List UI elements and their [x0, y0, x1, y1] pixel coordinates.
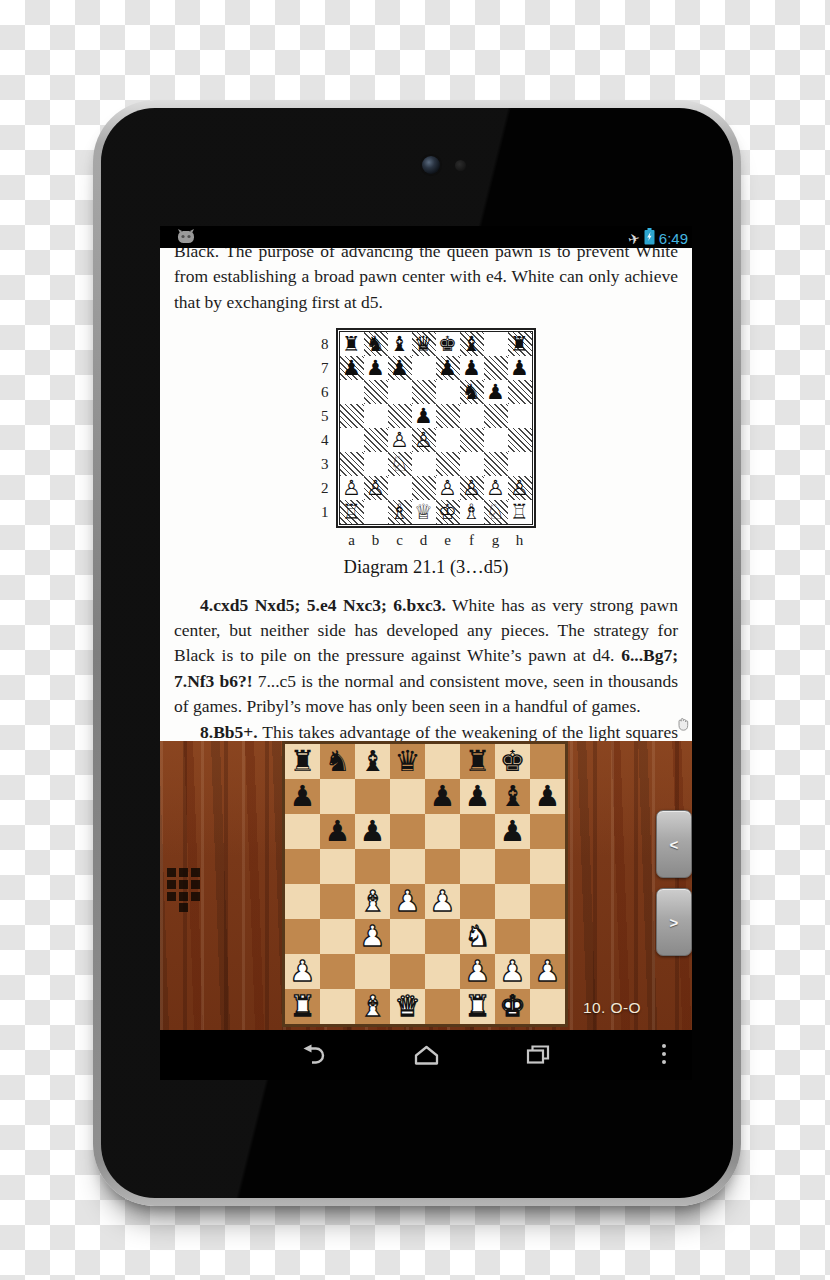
diagram-square: ♟	[340, 356, 364, 380]
screen: ✈ 6:49 Black. The purpose of advancing t…	[160, 226, 692, 1080]
board-square[interactable]	[320, 989, 355, 1024]
white-piece: ♖	[510, 500, 529, 524]
file-label: e	[436, 530, 460, 552]
black-piece[interactable]: ♟	[290, 779, 316, 814]
diagram-square	[484, 452, 508, 476]
board-square[interactable]: ♚	[495, 989, 530, 1024]
diagram-square: ♖	[340, 500, 364, 524]
diagram-square	[340, 380, 364, 404]
move-text: 4.cxd5 Nxd5; 5.e4 Nxc3; 6.bxc3.	[200, 595, 446, 615]
board-square[interactable]	[425, 814, 460, 849]
board-square[interactable]	[285, 814, 320, 849]
white-piece: ♙	[486, 476, 505, 500]
board-square[interactable]: ♟	[285, 779, 320, 814]
diagram-square: ♘	[388, 452, 412, 476]
board-square[interactable]: ♛	[390, 744, 425, 779]
white-piece: ♗	[390, 500, 409, 524]
diagram-square	[460, 404, 484, 428]
diagram-square	[436, 452, 460, 476]
board-square[interactable]: ♟	[355, 814, 390, 849]
recents-icon[interactable]	[524, 1042, 552, 1068]
diagram-square: ♔	[436, 500, 460, 524]
board-square[interactable]	[320, 884, 355, 919]
diagram-square: ♙	[460, 476, 484, 500]
tablet-device: ✈ 6:49 Black. The purpose of advancing t…	[93, 100, 741, 1206]
front-camera	[422, 156, 440, 174]
white-piece[interactable]: ♝	[360, 989, 386, 1024]
rank-label: 4	[317, 428, 329, 452]
board-square[interactable]	[355, 954, 390, 989]
diagram-square: ♙	[436, 476, 460, 500]
black-piece: ♟	[366, 356, 385, 380]
board-square[interactable]	[530, 744, 565, 779]
diagram-square: ♙	[340, 476, 364, 500]
file-label: b	[364, 530, 388, 552]
board-square[interactable]: ♟	[425, 779, 460, 814]
board-square[interactable]	[390, 849, 425, 884]
diagram-square	[508, 452, 532, 476]
black-piece: ♞	[366, 332, 385, 356]
board-square[interactable]: ♟	[530, 954, 565, 989]
diagram-square	[388, 380, 412, 404]
black-piece: ♟	[486, 380, 505, 404]
board-square[interactable]	[355, 779, 390, 814]
diagram-square: ♜	[508, 332, 532, 356]
white-piece: ♘	[486, 500, 505, 524]
white-piece: ♙	[462, 476, 481, 500]
black-piece: ♝	[462, 332, 481, 356]
black-piece[interactable]: ♛	[395, 744, 421, 779]
board-square[interactable]	[530, 989, 565, 1024]
diagram-square	[484, 332, 508, 356]
diagram-rank-labels: 87654321	[317, 332, 329, 524]
board-square[interactable]: ♞	[460, 919, 495, 954]
white-piece: ♙	[414, 428, 433, 452]
board-square[interactable]: ♝	[355, 884, 390, 919]
board-square[interactable]	[495, 919, 530, 954]
black-piece: ♚	[438, 332, 457, 356]
rank-label: 8	[317, 332, 329, 356]
black-piece: ♟	[510, 356, 529, 380]
move-text: 8.Bb5+.	[200, 722, 258, 741]
diagram-square: ♙	[508, 476, 532, 500]
paragraph-moves-2: 8.Bb5+. This takes advantage of the weak…	[174, 720, 678, 741]
black-piece: ♞	[462, 380, 481, 404]
board-square[interactable]	[495, 849, 530, 884]
diagram-square: ♝	[388, 332, 412, 356]
diagram-square: ♙	[388, 428, 412, 452]
diagram-square: ♚	[436, 332, 460, 356]
board-square[interactable]	[425, 989, 460, 1024]
board-square[interactable]	[320, 954, 355, 989]
white-piece: ♘	[390, 452, 409, 476]
board-square[interactable]: ♟	[320, 814, 355, 849]
black-piece: ♜	[510, 332, 529, 356]
white-piece[interactable]: ♟	[465, 954, 491, 989]
airplane-mode-icon: ✈	[627, 229, 642, 247]
board-square[interactable]: ♟	[460, 954, 495, 989]
diagram-square: ♟	[388, 356, 412, 380]
diagram-square: ♞	[460, 380, 484, 404]
white-piece: ♔	[438, 500, 457, 524]
diagram-square: ♖	[508, 500, 532, 524]
diagram-square	[508, 404, 532, 428]
diagram-square: ♟	[364, 356, 388, 380]
diagram-square	[364, 428, 388, 452]
board-square[interactable]	[390, 779, 425, 814]
board-square[interactable]	[530, 849, 565, 884]
black-piece: ♟	[414, 404, 433, 428]
light-sensor	[455, 160, 466, 171]
white-piece[interactable]: ♟	[430, 884, 456, 919]
diagram-square	[412, 476, 436, 500]
black-piece[interactable]: ♟	[500, 814, 526, 849]
white-piece: ♙	[366, 476, 385, 500]
live-chess-board[interactable]: ♜♞♝♛♜♚♟♟♟♝♟♟♟♟♝♟♟♟♞♟♟♟♟♜♝♛♜♚	[282, 741, 568, 1027]
white-piece[interactable]: ♛	[395, 989, 421, 1024]
board-square[interactable]	[460, 849, 495, 884]
board-square[interactable]: ♟	[495, 954, 530, 989]
black-piece[interactable]: ♜	[465, 744, 491, 779]
status-bar[interactable]: ✈ 6:49	[160, 226, 692, 248]
black-piece[interactable]: ♟	[465, 779, 491, 814]
board-square[interactable]: ♟	[425, 884, 460, 919]
diagram-square: ♟	[436, 356, 460, 380]
diagram-board: ♜♞♝♛♚♝♜♟♟♟♟♟♟♞♟♟♙♙♘♙♙♙♙♙♙♖♗♕♔♗♘♖	[339, 331, 533, 525]
previous-move-button[interactable]: <	[656, 810, 692, 878]
black-piece[interactable]: ♞	[325, 744, 351, 779]
diagram-square	[412, 452, 436, 476]
black-piece[interactable]: ♟	[535, 779, 561, 814]
paragraph-moves-1: 4.cxd5 Nxd5; 5.e4 Nxc3; 6.bxc3. White ha…	[174, 593, 678, 720]
tablet-bezel: ✈ 6:49 Black. The purpose of advancing t…	[101, 108, 733, 1198]
board-square[interactable]	[530, 814, 565, 849]
black-piece[interactable]: ♝	[360, 744, 386, 779]
diagram-square	[436, 404, 460, 428]
diagram-square	[460, 452, 484, 476]
diagram-square: ♕	[412, 500, 436, 524]
current-move-label: 10. O-O	[583, 999, 641, 1017]
white-piece[interactable]: ♟	[395, 884, 421, 919]
canvas: { "game": "chess", "position": "rnbq1rk1…	[0, 0, 830, 1280]
board-square[interactable]: ♜	[285, 989, 320, 1024]
home-icon[interactable]	[412, 1042, 440, 1068]
board-square[interactable]: ♞	[320, 744, 355, 779]
diagram-square: ♟	[460, 356, 484, 380]
book-diagram: 87654321 ♜♞♝♛♚♝♜♟♟♟♟♟♟♞♟♟♙♙♘♙♙♙♙♙♙♖♗♕♔♗♘…	[174, 328, 678, 581]
white-piece: ♙	[438, 476, 457, 500]
white-piece[interactable]: ♝	[360, 884, 386, 919]
black-piece: ♛	[414, 332, 433, 356]
board-square[interactable]	[355, 849, 390, 884]
white-piece: ♗	[462, 500, 481, 524]
board-square[interactable]: ♝	[495, 779, 530, 814]
diagram-square	[412, 356, 436, 380]
diagram-square	[364, 404, 388, 428]
black-piece[interactable]: ♝	[500, 779, 526, 814]
diagram-square	[436, 428, 460, 452]
black-piece: ♟	[438, 356, 457, 380]
diagram-square	[460, 428, 484, 452]
diagram-square: ♟	[484, 380, 508, 404]
rank-label: 6	[317, 380, 329, 404]
rank-label: 1	[317, 500, 329, 524]
board-square[interactable]	[390, 919, 425, 954]
black-piece: ♟	[390, 356, 409, 380]
paragraph-intro-clip: Black. The purpose of advancing the quee…	[174, 248, 678, 315]
board-square[interactable]: ♟	[285, 954, 320, 989]
back-icon[interactable]	[299, 1042, 327, 1068]
notification-icon	[176, 229, 196, 248]
diagram-square	[484, 428, 508, 452]
clock: 6:49	[659, 230, 688, 248]
file-label: c	[388, 530, 412, 552]
next-move-button[interactable]: >	[656, 888, 692, 956]
android-nav-bar	[160, 1030, 692, 1080]
diagram-square	[364, 380, 388, 404]
diagram-square	[484, 404, 508, 428]
board-square[interactable]: ♟	[530, 779, 565, 814]
diagram-square: ♙	[412, 428, 436, 452]
board-square[interactable]	[285, 919, 320, 954]
board-square[interactable]: ♜	[460, 744, 495, 779]
chess-viewer-panel: ♜♞♝♛♜♚♟♟♟♝♟♟♟♟♝♟♟♟♞♟♟♟♟♜♝♛♜♚ < > 10. O-O	[160, 741, 692, 1030]
board-square[interactable]	[460, 814, 495, 849]
board-square[interactable]: ♝	[355, 744, 390, 779]
board-square[interactable]	[390, 954, 425, 989]
black-piece[interactable]: ♟	[430, 779, 456, 814]
diagram-square	[340, 404, 364, 428]
diagram-square: ♞	[364, 332, 388, 356]
diagram-square	[436, 380, 460, 404]
black-piece: ♜	[342, 332, 361, 356]
diagram-caption: Diagram 21.1 (3…d5)	[344, 554, 509, 581]
diagram-square: ♙	[484, 476, 508, 500]
rank-label: 5	[317, 404, 329, 428]
white-piece[interactable]: ♟	[535, 954, 561, 989]
file-label: h	[508, 530, 532, 552]
book-page[interactable]: Black. The purpose of advancing the quee…	[160, 248, 692, 741]
diagram-square	[484, 356, 508, 380]
white-piece: ♖	[342, 500, 361, 524]
white-piece[interactable]: ♚	[500, 989, 526, 1024]
hand-cursor-icon	[676, 713, 689, 738]
menu-icon[interactable]	[656, 1041, 672, 1067]
board-square[interactable]	[530, 919, 565, 954]
diagram-file-labels: abcdefgh	[340, 530, 532, 552]
diagram-square	[508, 428, 532, 452]
diagram-square: ♘	[484, 500, 508, 524]
rank-label: 3	[317, 452, 329, 476]
paragraph-intro: Black. The purpose of advancing the quee…	[174, 248, 678, 315]
diagram-square: ♗	[460, 500, 484, 524]
diagram-square: ♙	[364, 476, 388, 500]
diagram-square	[388, 404, 412, 428]
black-piece[interactable]: ♟	[360, 814, 386, 849]
rank-label: 7	[317, 356, 329, 380]
diagram-square: ♗	[388, 500, 412, 524]
board-square[interactable]: ♟	[460, 779, 495, 814]
white-piece: ♙	[342, 476, 361, 500]
diagram-square	[364, 500, 388, 524]
diagram-square	[340, 428, 364, 452]
diagram-board-frame: ♜♞♝♛♚♝♜♟♟♟♟♟♟♞♟♟♙♙♘♙♙♙♙♙♙♖♗♕♔♗♘♖	[336, 328, 536, 528]
board-menu-icon[interactable]	[167, 868, 200, 916]
black-piece[interactable]: ♜	[290, 744, 316, 779]
board-square[interactable]: ♟	[495, 814, 530, 849]
board-square[interactable]: ♟	[390, 884, 425, 919]
diagram-square	[412, 380, 436, 404]
black-piece: ♟	[462, 356, 481, 380]
board-square[interactable]: ♟	[355, 919, 390, 954]
board-square[interactable]	[495, 884, 530, 919]
diagram-square	[340, 452, 364, 476]
board-square[interactable]	[390, 814, 425, 849]
board-square[interactable]	[425, 744, 460, 779]
black-piece: ♝	[390, 332, 409, 356]
board-square[interactable]	[425, 954, 460, 989]
board-square[interactable]	[285, 849, 320, 884]
file-label: f	[460, 530, 484, 552]
white-piece[interactable]: ♜	[465, 989, 491, 1024]
board-square[interactable]	[425, 919, 460, 954]
board-square[interactable]	[425, 849, 460, 884]
board-square[interactable]	[320, 919, 355, 954]
diagram-square: ♜	[340, 332, 364, 356]
board-square[interactable]: ♚	[495, 744, 530, 779]
board-square[interactable]: ♜	[460, 989, 495, 1024]
rank-label: 2	[317, 476, 329, 500]
black-piece[interactable]: ♟	[325, 814, 351, 849]
diagram-square: ♟	[412, 404, 436, 428]
white-piece[interactable]: ♟	[500, 954, 526, 989]
diagram-square	[388, 476, 412, 500]
white-piece[interactable]: ♟	[360, 919, 386, 954]
diagram-square: ♝	[460, 332, 484, 356]
board-square[interactable]: ♝	[355, 989, 390, 1024]
white-piece: ♕	[414, 500, 433, 524]
board-square[interactable]	[285, 884, 320, 919]
file-label: d	[412, 530, 436, 552]
white-piece: ♙	[510, 476, 529, 500]
file-label: a	[340, 530, 364, 552]
file-label: g	[484, 530, 508, 552]
white-piece[interactable]: ♞	[465, 919, 491, 954]
board-square[interactable]: ♛	[390, 989, 425, 1024]
board-square[interactable]	[320, 849, 355, 884]
diagram-square	[364, 452, 388, 476]
battery-charging-icon	[644, 228, 655, 249]
board-square[interactable]	[320, 779, 355, 814]
white-piece[interactable]: ♜	[290, 989, 316, 1024]
white-piece: ♙	[390, 428, 409, 452]
board-square[interactable]	[460, 884, 495, 919]
black-piece[interactable]: ♚	[500, 744, 526, 779]
white-piece[interactable]: ♟	[290, 954, 316, 989]
black-piece: ♟	[342, 356, 361, 380]
diagram-square	[508, 380, 532, 404]
diagram-square: ♛	[412, 332, 436, 356]
board-square[interactable]	[530, 884, 565, 919]
diagram-square: ♟	[508, 356, 532, 380]
board-square[interactable]: ♜	[285, 744, 320, 779]
